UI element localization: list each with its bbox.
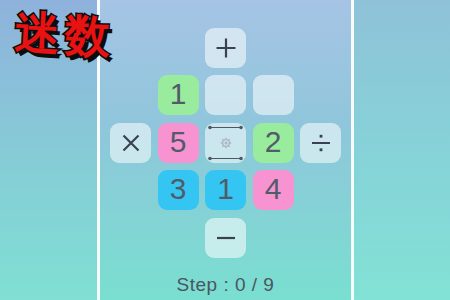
empty-space [158,218,199,258]
tile-blank-1[interactable] [205,75,246,115]
empty-space [158,28,199,68]
tile-num-4-pink[interactable]: 4 [253,170,294,210]
tile-number-label: 1 [217,174,234,204]
tile-blank-2[interactable] [253,75,294,115]
empty-space [110,28,151,68]
tile-num-1-cyan[interactable]: 1 [205,170,246,210]
selection-marquee [205,123,246,163]
tile-divide [300,123,341,163]
tile-number-label: 3 [170,174,187,204]
empty-space [110,75,151,115]
puzzle-board: 152314 [110,28,341,258]
plus-icon [213,35,239,61]
empty-space [300,75,341,115]
tile-number-label: 5 [170,127,187,157]
empty-space [300,170,341,210]
tile-number-label: 2 [265,127,282,157]
tile-minus [205,218,246,258]
tile-num-2-green[interactable]: 2 [253,123,294,163]
empty-space [110,170,151,210]
tile-plus [205,28,246,68]
times-icon [119,131,143,155]
tile-num-3-cyan[interactable]: 3 [158,170,199,210]
step-counter: Step : 0 / 9 [100,274,351,296]
tile-num-1-green[interactable]: 1 [158,75,199,115]
empty-space [253,218,294,258]
divide-icon [308,130,334,156]
right-divider-line [351,0,354,300]
empty-space [110,218,151,258]
empty-space [300,218,341,258]
tile-num-5-pink[interactable]: 5 [158,123,199,163]
tile-number-label: 1 [170,79,187,109]
empty-space [300,28,341,68]
empty-space [253,28,294,68]
background-right-band [354,0,450,300]
tile-number-label: 4 [265,174,282,204]
minus-icon [213,225,239,251]
game-title: 迷数 [14,5,117,64]
tile-times [110,123,151,163]
tile-gear-center[interactable] [205,123,246,163]
